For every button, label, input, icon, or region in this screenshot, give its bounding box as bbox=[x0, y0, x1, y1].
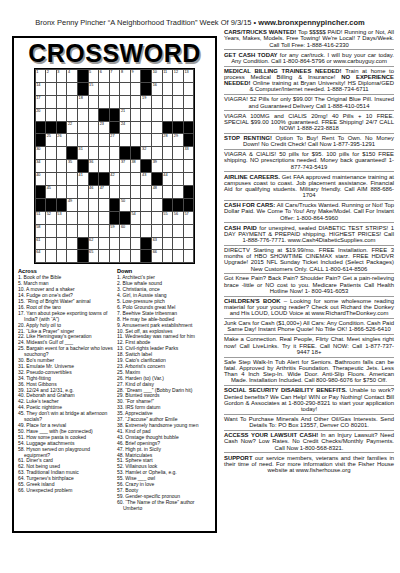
grid-cell[interactable] bbox=[173, 238, 183, 250]
grid-cell[interactable] bbox=[173, 225, 183, 237]
grid-cell[interactable] bbox=[131, 186, 141, 198]
ad-lead-in: SOCIAL SECURITY DISABILITY BENEFITS. bbox=[224, 387, 350, 393]
grid-cell[interactable] bbox=[110, 160, 120, 172]
grid-cell[interactable]: 55 bbox=[163, 212, 173, 224]
grid-cell[interactable] bbox=[89, 225, 99, 237]
grid-cell[interactable]: 9 bbox=[131, 70, 141, 82]
black-square bbox=[152, 173, 162, 185]
cell-number: 51 bbox=[36, 212, 40, 216]
grid-cell[interactable] bbox=[152, 225, 162, 237]
cell-number: 34 bbox=[36, 160, 40, 164]
classified-ad: Want To Purchase Minerals And Other Oil/… bbox=[224, 415, 394, 431]
grid-cell[interactable] bbox=[46, 83, 56, 95]
black-square bbox=[110, 109, 120, 121]
black-square bbox=[36, 186, 46, 198]
grid-cell[interactable]: 11 bbox=[163, 70, 173, 82]
down-clues: Down 1. Architect's pier2. Blue whale so… bbox=[117, 268, 212, 511]
grid-cell[interactable]: 10 bbox=[152, 70, 162, 82]
ad-lead-in: CARS/TRUCKS WANTED! bbox=[224, 29, 298, 35]
grid-cell[interactable] bbox=[46, 173, 56, 185]
grid-cell[interactable] bbox=[89, 109, 99, 121]
grid-cell[interactable] bbox=[173, 96, 183, 108]
black-square bbox=[67, 147, 77, 159]
cell-number: 6 bbox=[100, 70, 102, 74]
cell-number: 19 bbox=[142, 96, 146, 100]
classified-ad: CHILDREN'S BOOK – Looking for some whole… bbox=[224, 297, 394, 319]
black-square bbox=[141, 160, 151, 172]
grid-cell[interactable]: 66 bbox=[152, 250, 162, 262]
cell-number: 43 bbox=[142, 173, 146, 177]
down-list: 1. Architect's pier2. Blue whale sound3.… bbox=[117, 275, 212, 511]
cell-number: 1 bbox=[36, 70, 38, 74]
classified-ad: VIAGRA & CIALIS! 50 pills for $95. 100 p… bbox=[224, 150, 394, 172]
grid-cell[interactable] bbox=[141, 199, 151, 211]
grid-cell[interactable]: 31 bbox=[78, 147, 88, 159]
black-square bbox=[173, 199, 183, 211]
grid-cell[interactable] bbox=[89, 134, 99, 146]
black-square bbox=[110, 212, 120, 224]
grid-cell[interactable]: 56 bbox=[173, 212, 183, 224]
grid-cell[interactable] bbox=[110, 96, 120, 108]
cell-number: 41 bbox=[79, 173, 83, 177]
grid-cell[interactable] bbox=[67, 225, 77, 237]
grid-cell[interactable] bbox=[120, 250, 130, 262]
cell-number: 36 bbox=[89, 160, 93, 164]
grid-cell[interactable] bbox=[152, 199, 162, 211]
ad-lead-in: CHILDREN'S BOOK bbox=[224, 298, 284, 304]
grid-cell[interactable]: 23 bbox=[99, 122, 109, 134]
grid-cell[interactable] bbox=[110, 83, 120, 95]
grid-cell[interactable] bbox=[163, 96, 173, 108]
grid-cell[interactable] bbox=[163, 83, 173, 95]
grid-cell[interactable] bbox=[141, 212, 151, 224]
grid-cell[interactable] bbox=[57, 186, 67, 198]
ad-lead-in: CASH FOR CARS: bbox=[224, 202, 277, 208]
grid-cell[interactable]: 43 bbox=[141, 173, 151, 185]
grid-cell[interactable] bbox=[120, 83, 130, 95]
grid-cell[interactable] bbox=[57, 238, 67, 250]
masthead-text: Bronx Penny Pincher “A Neighborhood Trad… bbox=[35, 18, 258, 27]
grid-cell[interactable] bbox=[173, 83, 183, 95]
grid-cell[interactable] bbox=[67, 238, 77, 250]
grid-cell[interactable]: 50 bbox=[120, 199, 130, 211]
cell-number: 18 bbox=[79, 96, 83, 100]
grid-cell[interactable]: 21 bbox=[120, 109, 130, 121]
cell-number: 44 bbox=[163, 173, 167, 177]
classified-ad: Make a Connection. Real People, Flirty C… bbox=[224, 335, 394, 357]
grid-cell[interactable]: 18 bbox=[78, 96, 88, 108]
across-clue: 66. Unexpected problem bbox=[18, 488, 113, 494]
grid-cell[interactable]: 53 bbox=[57, 212, 67, 224]
grid-cell[interactable]: 47 bbox=[99, 186, 109, 198]
grid-cell[interactable] bbox=[141, 134, 151, 146]
cell-number: 59 bbox=[110, 225, 114, 229]
grid-cell[interactable] bbox=[99, 250, 109, 262]
grid-cell[interactable] bbox=[78, 109, 88, 121]
grid-cell[interactable]: 49 bbox=[67, 199, 77, 211]
grid-cell[interactable]: 28 bbox=[163, 134, 173, 146]
black-square bbox=[36, 122, 46, 134]
grid-cell[interactable]: 60 bbox=[120, 225, 130, 237]
cell-number: 33 bbox=[184, 147, 188, 151]
classifieds-column: CARS/TRUCKS WANTED! Top $$$$$ PAID! Runn… bbox=[224, 28, 394, 475]
cell-number: 55 bbox=[163, 212, 167, 216]
cell-number: 13 bbox=[184, 70, 188, 74]
cell-number: 61 bbox=[36, 238, 40, 242]
grid-cell[interactable] bbox=[99, 147, 109, 159]
grid-cell[interactable] bbox=[78, 134, 88, 146]
grid-cell[interactable] bbox=[152, 122, 162, 134]
cell-number: 62 bbox=[89, 238, 93, 242]
grid-cell[interactable]: 2 bbox=[46, 70, 56, 82]
grid-cell[interactable]: 12 bbox=[173, 70, 183, 82]
cell-number: 10 bbox=[153, 70, 157, 74]
black-square bbox=[141, 83, 151, 95]
grid-cell[interactable] bbox=[57, 250, 67, 262]
cell-number: 52 bbox=[47, 212, 51, 216]
grid-cell[interactable] bbox=[57, 96, 67, 108]
ad-lead-in: MEDICAL BILLING TRAINEES NEEDED! bbox=[224, 68, 345, 74]
cell-number: 35 bbox=[68, 160, 72, 164]
grid-cell[interactable] bbox=[67, 109, 77, 121]
grid-cell[interactable] bbox=[152, 212, 162, 224]
grid-cell[interactable] bbox=[67, 250, 77, 262]
grid-cell[interactable] bbox=[67, 134, 77, 146]
grid-cell[interactable] bbox=[131, 199, 141, 211]
grid-cell[interactable]: 16 bbox=[152, 83, 162, 95]
grid-cell[interactable] bbox=[46, 160, 56, 172]
grid-cell[interactable] bbox=[120, 238, 130, 250]
grid-cell[interactable] bbox=[141, 225, 151, 237]
cell-number: 29 bbox=[174, 134, 178, 138]
grid-cell[interactable]: 4 bbox=[67, 70, 77, 82]
grid-cell[interactable] bbox=[78, 186, 88, 198]
crossword-title: CROSSWORD bbox=[14, 40, 215, 66]
cell-number: 27 bbox=[110, 134, 114, 138]
grid-cell[interactable] bbox=[99, 238, 109, 250]
grid-cell[interactable] bbox=[46, 147, 56, 159]
black-square bbox=[99, 173, 109, 185]
grid-cell[interactable] bbox=[152, 134, 162, 146]
cell-number: 17 bbox=[36, 96, 40, 100]
black-square bbox=[78, 250, 88, 262]
grid-cell[interactable]: 38 bbox=[131, 160, 141, 172]
grid-cell[interactable]: 36 bbox=[89, 160, 99, 172]
grid-cell[interactable] bbox=[89, 147, 99, 159]
grid-cell[interactable] bbox=[184, 83, 194, 95]
grid-cell[interactable] bbox=[173, 147, 183, 159]
grid-cell[interactable] bbox=[163, 238, 173, 250]
grid-cell[interactable] bbox=[163, 225, 173, 237]
grid-cell[interactable] bbox=[67, 83, 77, 95]
grid-cell[interactable] bbox=[57, 225, 67, 237]
crossword-panel: CROSSWORD 123456789101112131415161718192… bbox=[12, 36, 217, 533]
black-square bbox=[184, 122, 194, 134]
grid-cell[interactable]: 41 bbox=[78, 173, 88, 185]
across-clues: Across 1. Book of the Bible5. March man1… bbox=[18, 268, 113, 511]
grid-cell[interactable]: 15 bbox=[89, 83, 99, 95]
grid-cell[interactable] bbox=[152, 109, 162, 121]
grid-cell[interactable] bbox=[184, 96, 194, 108]
grid-cell[interactable] bbox=[46, 250, 56, 262]
grid-cell[interactable]: 5 bbox=[89, 70, 99, 82]
grid-cell[interactable] bbox=[46, 238, 56, 250]
grid-cell[interactable] bbox=[163, 186, 173, 198]
grid-cell[interactable] bbox=[131, 83, 141, 95]
ad-lead-in: NO EXPERIENCE NEEDED! bbox=[224, 74, 394, 86]
cell-number: 23 bbox=[100, 122, 104, 126]
grid-cell[interactable]: 57 bbox=[184, 212, 194, 224]
grid-cell[interactable]: 33 bbox=[184, 147, 194, 159]
grid-cell[interactable] bbox=[78, 225, 88, 237]
grid-cell[interactable]: 39 bbox=[152, 160, 162, 172]
classified-ad: ACCESS YOUR LAWSUIT CASH! In an Injury L… bbox=[224, 431, 394, 453]
cell-number: 66 bbox=[153, 250, 157, 254]
black-square bbox=[173, 122, 183, 134]
grid-cell[interactable]: 3 bbox=[57, 70, 67, 82]
ad-lead-in: AIRLINE CAREERS. bbox=[224, 174, 282, 180]
ad-lead-in: CASH PAID bbox=[224, 225, 259, 231]
grid-cell[interactable]: 44 bbox=[163, 173, 173, 185]
grid-cell[interactable]: 25 bbox=[46, 134, 56, 146]
grid-cell[interactable] bbox=[120, 173, 130, 185]
grid-cell[interactable] bbox=[120, 134, 130, 146]
grid-cell[interactable] bbox=[57, 173, 67, 185]
black-square bbox=[99, 109, 109, 121]
black-square bbox=[141, 70, 151, 82]
black-square bbox=[78, 160, 88, 172]
grid-cell[interactable] bbox=[131, 173, 141, 185]
classified-ad: VIAGRA! 52 Pills for only $99.00! The Or… bbox=[224, 95, 394, 111]
cell-number: 60 bbox=[121, 225, 125, 229]
cell-number: 40 bbox=[36, 173, 40, 177]
cell-number: 24 bbox=[121, 122, 125, 126]
classified-ad: SUPPORT our service members, veterans an… bbox=[224, 453, 394, 474]
grid-cell[interactable] bbox=[78, 122, 88, 134]
black-square bbox=[120, 212, 130, 224]
grid-cell[interactable] bbox=[173, 160, 183, 172]
cell-number: 54 bbox=[131, 212, 135, 216]
cell-number: 9 bbox=[131, 70, 133, 74]
grid-cell[interactable]: 30 bbox=[36, 147, 46, 159]
grid-cell[interactable]: 32 bbox=[141, 147, 151, 159]
cell-number: 30 bbox=[36, 147, 40, 151]
grid-cell[interactable]: 62 bbox=[89, 238, 99, 250]
grid-cell[interactable] bbox=[131, 122, 141, 134]
grid-cell[interactable]: 52 bbox=[46, 212, 56, 224]
grid-cell[interactable] bbox=[141, 186, 151, 198]
newspaper-page: Bronx Penny Pincher “A Neighborhood Trad… bbox=[0, 0, 400, 573]
cell-number: 42 bbox=[110, 173, 114, 177]
grid-cell[interactable]: 22 bbox=[67, 122, 77, 134]
grid-cell[interactable] bbox=[141, 109, 151, 121]
grid-cell[interactable] bbox=[184, 173, 194, 185]
grid-cell[interactable] bbox=[163, 109, 173, 121]
grid-cell[interactable] bbox=[46, 225, 56, 237]
classified-ad: Safe Step Walk-In Tub Alert for Seniors.… bbox=[224, 358, 394, 387]
grid-cell[interactable] bbox=[99, 96, 109, 108]
grid-cell[interactable]: 64 bbox=[36, 250, 46, 262]
grid-cell[interactable] bbox=[110, 147, 120, 159]
grid-cell[interactable] bbox=[131, 134, 141, 146]
grid-cell[interactable] bbox=[131, 250, 141, 262]
grid-cell[interactable] bbox=[57, 109, 67, 121]
grid-cell[interactable] bbox=[57, 160, 67, 172]
classified-ad: Junk Cars for Cash ($1,000+) All Cars: A… bbox=[224, 319, 394, 335]
grid-cell[interactable] bbox=[173, 173, 183, 185]
black-square bbox=[78, 83, 88, 95]
grid-cell[interactable] bbox=[163, 250, 173, 262]
grid-cell[interactable]: 8 bbox=[120, 70, 130, 82]
ad-lead-in: GET CASH TODAY bbox=[224, 52, 280, 58]
grid-cell[interactable] bbox=[120, 186, 130, 198]
grid-cell[interactable] bbox=[152, 96, 162, 108]
grid-cell[interactable]: 54 bbox=[131, 212, 141, 224]
grid-cell[interactable]: 1 bbox=[36, 70, 46, 82]
cell-number: 28 bbox=[163, 134, 167, 138]
grid-cell[interactable]: 58 bbox=[36, 225, 46, 237]
grid-cell[interactable] bbox=[131, 96, 141, 108]
grid-cell[interactable] bbox=[89, 199, 99, 211]
classified-ad: CASH PAID for unexpired, sealed DIABETIC… bbox=[224, 223, 394, 245]
grid-cell[interactable]: 24 bbox=[120, 122, 130, 134]
grid-cell[interactable] bbox=[67, 173, 77, 185]
grid-cell[interactable] bbox=[184, 250, 194, 262]
grid-cell[interactable] bbox=[110, 250, 120, 262]
grid-cell[interactable] bbox=[57, 147, 67, 159]
grid-cell[interactable] bbox=[131, 109, 141, 121]
grid-cell[interactable] bbox=[110, 238, 120, 250]
black-square bbox=[141, 238, 151, 250]
grid-cell[interactable] bbox=[184, 225, 194, 237]
grid-cell[interactable]: 6 bbox=[99, 70, 109, 82]
black-square bbox=[131, 147, 141, 159]
grid-cell[interactable] bbox=[67, 212, 77, 224]
grid-cell[interactable] bbox=[131, 225, 141, 237]
grid-cell[interactable]: 42 bbox=[110, 173, 120, 185]
grid-cell[interactable] bbox=[173, 186, 183, 198]
cell-number: 65 bbox=[89, 250, 93, 254]
grid-cell[interactable] bbox=[163, 147, 173, 159]
grid-cell[interactable]: 40 bbox=[36, 173, 46, 185]
cell-number: 16 bbox=[153, 83, 157, 87]
grid-cell[interactable] bbox=[99, 199, 109, 211]
classified-ad: Got Knee Pain? Back Pain? Shoulder Pain?… bbox=[224, 274, 394, 296]
grid-cell[interactable] bbox=[99, 225, 109, 237]
grid-cell[interactable] bbox=[78, 212, 88, 224]
grid-cell[interactable]: 65 bbox=[89, 250, 99, 262]
ad-lead-in: STOP RENTING! bbox=[224, 135, 276, 141]
cell-number: 32 bbox=[142, 147, 146, 151]
grid-cell[interactable] bbox=[78, 199, 88, 211]
grid-cell[interactable] bbox=[184, 109, 194, 121]
grid-cell[interactable]: 46 bbox=[89, 186, 99, 198]
grid-cell[interactable]: 61 bbox=[36, 238, 46, 250]
grid-cell[interactable]: 27 bbox=[110, 134, 120, 146]
grid-cell[interactable] bbox=[89, 122, 99, 134]
grid-cell[interactable] bbox=[67, 96, 77, 108]
cell-number: 50 bbox=[121, 199, 125, 203]
grid-cell[interactable] bbox=[110, 186, 120, 198]
black-square bbox=[120, 147, 130, 159]
grid-cell[interactable]: 20 bbox=[36, 109, 46, 121]
black-square bbox=[110, 199, 120, 211]
grid-cell[interactable]: 7 bbox=[110, 70, 120, 82]
grid-cell[interactable] bbox=[184, 160, 194, 172]
classified-ad: VIAGRA 100MG and CIALIS 20mg! 40 Pills +… bbox=[224, 111, 394, 133]
grid-cell[interactable] bbox=[99, 134, 109, 146]
classified-ad: SOCIAL SECURITY DISABILITY BENEFITS. Una… bbox=[224, 386, 394, 415]
ad-lead-in: ACCESS YOUR LAWSUIT CASH! bbox=[224, 432, 321, 438]
grid-cell[interactable]: 29 bbox=[173, 134, 183, 146]
grid-cell[interactable] bbox=[184, 238, 194, 250]
grid-cell[interactable] bbox=[173, 109, 183, 121]
grid-cell[interactable] bbox=[173, 250, 183, 262]
grid-cell[interactable] bbox=[57, 83, 67, 95]
cell-number: 53 bbox=[57, 212, 61, 216]
grid-cell[interactable]: 35 bbox=[67, 160, 77, 172]
grid-cell[interactable]: 19 bbox=[141, 96, 151, 108]
grid-cell[interactable] bbox=[46, 109, 56, 121]
grid-cell[interactable] bbox=[163, 160, 173, 172]
across-clue: 17. Yarn about pekoe exporting towns of … bbox=[18, 311, 113, 323]
black-square bbox=[57, 199, 67, 211]
cell-number: 39 bbox=[153, 160, 157, 164]
ad-lead-in: SUPPORT bbox=[224, 455, 255, 461]
black-square bbox=[36, 199, 46, 211]
grid-cell[interactable] bbox=[99, 160, 109, 172]
grid-cell[interactable]: 63 bbox=[152, 238, 162, 250]
grid-cell[interactable]: 14 bbox=[36, 83, 46, 95]
grid-cell[interactable]: 34 bbox=[36, 160, 46, 172]
grid-cell[interactable] bbox=[67, 186, 77, 198]
black-square bbox=[36, 134, 46, 146]
grid-cell[interactable] bbox=[99, 83, 109, 95]
grid-cell[interactable] bbox=[141, 122, 151, 134]
grid-cell[interactable]: 59 bbox=[110, 225, 120, 237]
cell-number: 47 bbox=[100, 186, 104, 190]
cell-number: 3 bbox=[57, 70, 59, 74]
grid-cell[interactable]: 45 bbox=[46, 186, 56, 198]
grid-cell[interactable] bbox=[89, 96, 99, 108]
cell-number: 21 bbox=[121, 109, 125, 113]
grid-cell[interactable] bbox=[89, 212, 99, 224]
masthead-website: www.bronxpennypincher.com bbox=[258, 18, 364, 27]
grid-cell[interactable] bbox=[120, 96, 130, 108]
cell-number: 4 bbox=[68, 70, 70, 74]
grid-cell[interactable]: 17 bbox=[36, 96, 46, 108]
cell-number: 45 bbox=[47, 186, 51, 190]
grid-cell[interactable]: 26 bbox=[57, 134, 67, 146]
black-square bbox=[110, 122, 120, 134]
cell-number: 48 bbox=[153, 186, 157, 190]
black-square bbox=[46, 122, 56, 134]
grid-cell[interactable]: 13 bbox=[184, 70, 194, 82]
black-square bbox=[184, 134, 194, 146]
cell-number: 49 bbox=[68, 199, 72, 203]
grid-cell[interactable]: 37 bbox=[120, 160, 130, 172]
grid-cell[interactable] bbox=[131, 238, 141, 250]
cell-number: 56 bbox=[174, 212, 178, 216]
grid-cell[interactable] bbox=[152, 147, 162, 159]
grid-cell[interactable] bbox=[99, 212, 109, 224]
grid-cell[interactable]: 51 bbox=[36, 212, 46, 224]
grid-cell[interactable] bbox=[46, 96, 56, 108]
grid-cell[interactable]: 48 bbox=[152, 186, 162, 198]
classified-ad: GET CASH TODAY for any car/truck. I will… bbox=[224, 50, 394, 66]
classified-ad: CASH FOR CARS: All Cars/Trucks Wanted. R… bbox=[224, 201, 394, 223]
cell-number: 64 bbox=[36, 250, 40, 254]
